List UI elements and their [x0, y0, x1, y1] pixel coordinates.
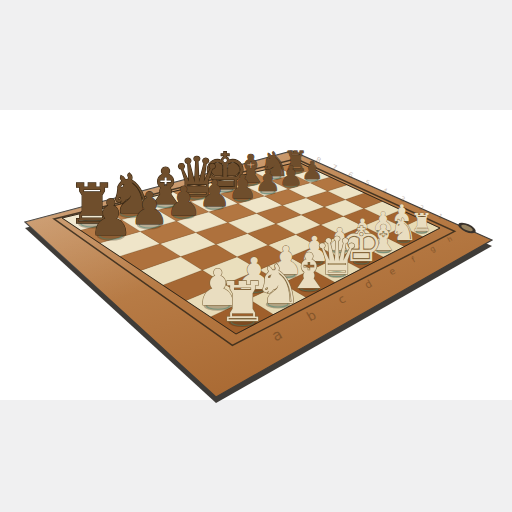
product-photo-stage: abcdefgh12345678♜♞♟♝♟♚♟♛♟♝♟♞♟♟♜♟♟♜♟♟♞♟♝♚… [0, 0, 512, 512]
piece-black-pawn-b7: ♟ [129, 183, 169, 234]
piece-black-pawn-h7: ♟ [301, 156, 323, 185]
piece-black-pawn-d7: ♟ [199, 173, 231, 214]
piece-black-pawn-g7: ♟ [279, 160, 303, 191]
piece-black-pawn-e7: ♟ [228, 168, 257, 206]
piece-black-pawn-c7: ♟ [166, 178, 202, 224]
piece-black-pawn-a7: ♟ [88, 189, 133, 247]
chess-board-photo: abcdefgh12345678♜♞♟♝♟♚♟♛♟♝♟♞♟♟♜♟♟♜♟♟♞♟♝♚… [0, 0, 512, 512]
piece-white-rook-a1: ♜ [218, 270, 267, 334]
piece-black-pawn-f7: ♟ [255, 164, 282, 198]
